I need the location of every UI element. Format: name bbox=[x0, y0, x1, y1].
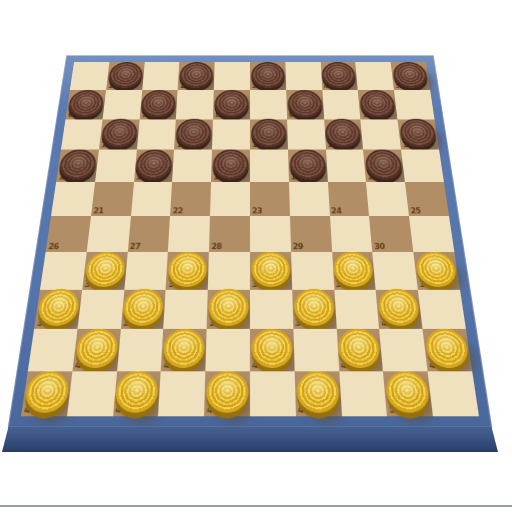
square-light bbox=[208, 252, 250, 290]
square-46[interactable]: 46 bbox=[21, 372, 72, 417]
square-10[interactable]: 10 bbox=[358, 90, 398, 119]
square-light bbox=[326, 150, 367, 182]
square-42[interactable]: 42 bbox=[161, 329, 207, 371]
square-41[interactable]: 41 bbox=[72, 329, 120, 371]
square-28[interactable]: 28 bbox=[209, 216, 250, 252]
square-39[interactable]: 39 bbox=[292, 289, 336, 329]
black-man-square-2[interactable] bbox=[179, 62, 213, 88]
square-12[interactable]: 12 bbox=[174, 119, 213, 150]
square-number-label: 26 bbox=[48, 243, 60, 252]
square-light bbox=[394, 90, 434, 119]
square-light bbox=[401, 150, 444, 182]
square-20[interactable]: 20 bbox=[363, 150, 405, 182]
square-light bbox=[418, 289, 466, 329]
draughts-board: 1234567891011121314151617181920212223242… bbox=[8, 55, 493, 428]
square-light bbox=[287, 119, 326, 150]
square-26[interactable]: 26 bbox=[46, 216, 91, 252]
square-2[interactable]: 2 bbox=[178, 62, 215, 90]
square-21[interactable]: 21 bbox=[91, 182, 134, 216]
white-man-square-46[interactable] bbox=[23, 371, 70, 412]
square-light bbox=[250, 90, 287, 119]
square-37[interactable]: 37 bbox=[120, 289, 166, 329]
square-light bbox=[131, 182, 173, 216]
black-man-square-12[interactable] bbox=[176, 119, 212, 147]
square-light bbox=[361, 119, 402, 150]
square-light bbox=[137, 119, 177, 150]
window-bottom-line bbox=[0, 505, 512, 507]
square-light bbox=[158, 372, 205, 417]
square-number-label: 27 bbox=[129, 243, 140, 252]
square-light bbox=[339, 372, 387, 417]
black-man-square-4[interactable] bbox=[322, 62, 357, 88]
square-light bbox=[214, 62, 250, 90]
square-17[interactable]: 17 bbox=[134, 150, 175, 182]
black-man-square-7[interactable] bbox=[141, 90, 177, 117]
black-man-square-1[interactable] bbox=[107, 62, 143, 88]
square-light bbox=[356, 62, 395, 90]
square-24[interactable]: 24 bbox=[328, 182, 370, 216]
black-man-square-6[interactable] bbox=[67, 90, 105, 117]
square-light bbox=[250, 289, 293, 329]
square-7[interactable]: 7 bbox=[139, 90, 178, 119]
square-light bbox=[95, 150, 137, 182]
square-45[interactable]: 45 bbox=[423, 329, 473, 371]
white-man-square-38[interactable] bbox=[208, 289, 248, 326]
black-man-square-11[interactable] bbox=[100, 119, 138, 147]
white-man-square-36[interactable] bbox=[36, 289, 81, 326]
white-man-square-47[interactable] bbox=[115, 371, 160, 412]
square-light bbox=[250, 372, 296, 417]
square-3[interactable]: 3 bbox=[250, 62, 286, 90]
square-light bbox=[77, 289, 124, 329]
draughts-app-window: 1234567891011121314151617181920212223242… bbox=[0, 0, 512, 512]
square-light bbox=[366, 182, 409, 216]
square-light bbox=[87, 216, 131, 252]
square-49[interactable]: 49 bbox=[294, 372, 341, 417]
board-grid: 1234567891011121314151617181920212223242… bbox=[21, 62, 479, 416]
white-man-square-31[interactable] bbox=[84, 252, 126, 287]
square-light bbox=[117, 329, 164, 371]
square-light bbox=[102, 90, 142, 119]
square-light bbox=[322, 90, 361, 119]
square-number-label: 25 bbox=[410, 207, 421, 216]
square-18[interactable]: 18 bbox=[211, 150, 250, 182]
square-light bbox=[124, 252, 168, 290]
square-16[interactable]: 16 bbox=[56, 150, 99, 182]
square-50[interactable]: 50 bbox=[383, 372, 433, 417]
square-47[interactable]: 47 bbox=[113, 372, 161, 417]
square-29[interactable]: 29 bbox=[290, 216, 332, 252]
square-light bbox=[40, 252, 87, 290]
square-light bbox=[210, 182, 250, 216]
black-man-square-16[interactable] bbox=[58, 150, 98, 180]
square-number-label: 22 bbox=[172, 207, 183, 216]
square-light bbox=[334, 289, 380, 329]
black-man-square-13[interactable] bbox=[251, 119, 286, 147]
square-25[interactable]: 25 bbox=[405, 182, 449, 216]
square-light bbox=[51, 182, 95, 216]
square-light bbox=[250, 150, 289, 182]
square-light bbox=[373, 252, 418, 290]
square-light bbox=[330, 216, 373, 252]
square-27[interactable]: 27 bbox=[127, 216, 170, 252]
square-light bbox=[250, 216, 291, 252]
square-light bbox=[293, 329, 339, 371]
square-light bbox=[61, 119, 102, 150]
square-light bbox=[428, 372, 479, 417]
square-8[interactable]: 8 bbox=[213, 90, 250, 119]
white-man-square-49[interactable] bbox=[296, 371, 340, 412]
square-32[interactable]: 32 bbox=[166, 252, 209, 290]
square-light bbox=[176, 90, 214, 119]
square-light bbox=[380, 329, 428, 371]
black-man-square-18[interactable] bbox=[213, 150, 249, 180]
white-man-square-48[interactable] bbox=[206, 371, 249, 412]
square-13[interactable]: 13 bbox=[250, 119, 288, 150]
square-light bbox=[70, 62, 109, 90]
square-9[interactable]: 9 bbox=[286, 90, 324, 119]
square-35[interactable]: 35 bbox=[413, 252, 460, 290]
square-48[interactable]: 48 bbox=[204, 372, 250, 417]
white-man-square-37[interactable] bbox=[122, 289, 164, 326]
square-light bbox=[164, 289, 208, 329]
square-light bbox=[285, 62, 322, 90]
square-23[interactable]: 23 bbox=[250, 182, 290, 216]
square-number-label: 23 bbox=[252, 207, 262, 216]
board-frame: 1234567891011121314151617181920212223242… bbox=[8, 55, 493, 428]
black-man-square-19[interactable] bbox=[289, 150, 326, 180]
black-man-square-9[interactable] bbox=[287, 90, 322, 117]
square-43[interactable]: 43 bbox=[250, 329, 294, 371]
square-number-label: 21 bbox=[93, 207, 104, 216]
square-22[interactable]: 22 bbox=[170, 182, 211, 216]
square-light bbox=[28, 329, 78, 371]
black-man-square-17[interactable] bbox=[135, 150, 173, 180]
black-man-square-8[interactable] bbox=[214, 90, 248, 117]
square-44[interactable]: 44 bbox=[336, 329, 383, 371]
square-38[interactable]: 38 bbox=[207, 289, 250, 329]
square-19[interactable]: 19 bbox=[288, 150, 328, 182]
square-36[interactable]: 36 bbox=[34, 289, 82, 329]
square-5[interactable]: 5 bbox=[391, 62, 430, 90]
square-number-label: 28 bbox=[211, 243, 222, 252]
board-front-edge bbox=[2, 427, 498, 452]
square-15[interactable]: 15 bbox=[398, 119, 439, 150]
square-34[interactable]: 34 bbox=[332, 252, 376, 290]
square-light bbox=[168, 216, 210, 252]
white-man-square-41[interactable] bbox=[74, 329, 119, 368]
square-33[interactable]: 33 bbox=[250, 252, 292, 290]
square-light bbox=[67, 372, 117, 417]
square-number-label: 30 bbox=[374, 243, 385, 252]
square-1[interactable]: 1 bbox=[106, 62, 145, 90]
square-light bbox=[289, 182, 330, 216]
square-light bbox=[212, 119, 250, 150]
square-light bbox=[409, 216, 454, 252]
square-light bbox=[291, 252, 334, 290]
square-number-label: 24 bbox=[331, 207, 342, 216]
square-light bbox=[172, 150, 212, 182]
white-man-square-43[interactable] bbox=[252, 329, 293, 368]
white-man-square-33[interactable] bbox=[251, 252, 290, 287]
square-light bbox=[206, 329, 250, 371]
square-number-label: 29 bbox=[293, 243, 304, 252]
square-4[interactable]: 4 bbox=[320, 62, 358, 90]
white-man-square-39[interactable] bbox=[293, 289, 334, 326]
square-31[interactable]: 31 bbox=[82, 252, 127, 290]
square-6[interactable]: 6 bbox=[65, 90, 105, 119]
square-40[interactable]: 40 bbox=[376, 289, 423, 329]
square-light bbox=[142, 62, 180, 90]
white-man-square-32[interactable] bbox=[168, 252, 208, 287]
white-man-square-42[interactable] bbox=[163, 329, 205, 368]
square-30[interactable]: 30 bbox=[369, 216, 413, 252]
square-14[interactable]: 14 bbox=[324, 119, 364, 150]
square-11[interactable]: 11 bbox=[99, 119, 140, 150]
black-man-square-3[interactable] bbox=[251, 62, 284, 88]
